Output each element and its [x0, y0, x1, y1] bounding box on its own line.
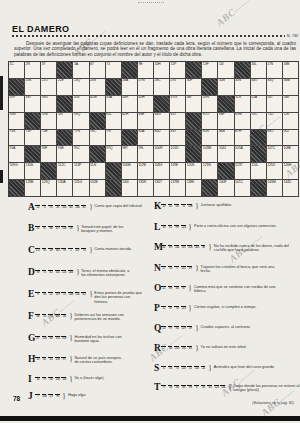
grid-cell: 42M [90, 96, 106, 113]
cell-number-letter: 64G [154, 113, 160, 117]
grid-cell-black [186, 130, 202, 147]
blank-number: 28 [48, 249, 54, 252]
cell-number-letter: 37P [10, 96, 16, 100]
blank-number: 59 [187, 327, 193, 330]
grid-cell: 24S [90, 79, 106, 96]
clue-blanks: 4711864131109 [35, 336, 67, 341]
cell-number-letter: 68F [219, 113, 225, 117]
blank-number: 10 [35, 358, 41, 361]
clue-definition: Juntarse apellidos. [201, 203, 285, 208]
blank-number: 20 [161, 205, 167, 208]
blank-slot: 81 [81, 205, 87, 210]
clue-letter: M [154, 243, 161, 251]
blank-number: 82 [48, 271, 54, 274]
grid-cell-black [122, 130, 138, 147]
blank-number: 61 [168, 226, 174, 229]
cell-number-letter: 129Q [42, 181, 50, 185]
cell-number-letter: 140F [219, 181, 226, 185]
grid-cell: 113P [73, 163, 89, 180]
cell-number-letter: 104J [219, 147, 226, 151]
blank-number: 18 [68, 227, 74, 230]
clue-brace: } [209, 243, 212, 251]
blank-slot: 9 [35, 292, 41, 297]
cell-number-letter: 117B [138, 164, 145, 168]
blank-slot: 70 [81, 248, 87, 253]
blank-number: 118 [42, 337, 48, 340]
clue-blanks: 166199124 [161, 225, 186, 230]
clue-blanks: 20415472138 [161, 204, 193, 209]
blank-number: 89 [168, 287, 174, 290]
clue-brace: } [89, 203, 92, 211]
cell-number-letter: 105A [235, 147, 243, 151]
left-edge-mark [0, 170, 3, 183]
blank-slot: 99 [174, 225, 180, 230]
grid-cell: 63E [138, 113, 154, 130]
clue-brace: } [89, 290, 92, 298]
cell-number-letter: 82D [154, 130, 160, 134]
clue-Q: Q23973512959}Criados capaces, al contrar… [154, 324, 285, 332]
clue-blanks: 27557712149 [161, 266, 193, 271]
blank-number: 43 [68, 206, 74, 209]
blank-number: 38 [168, 386, 174, 389]
cell-number-letter: 138K [187, 181, 195, 185]
cell-number-letter: 101D [171, 147, 179, 151]
cell-number-letter: 1C [10, 63, 14, 67]
blank-number: 64 [48, 337, 54, 340]
grid-cell: 17S [267, 62, 283, 79]
clue-brace: } [195, 264, 198, 272]
grid-cell: 47G [170, 96, 186, 113]
grid-cell-black [235, 62, 251, 79]
clue-A: A52591261054313081}Cierto que copia del … [28, 203, 144, 211]
grid-cell: 85R [202, 130, 218, 147]
grid-cell: 109G [9, 163, 25, 180]
grid-cell: 38T [25, 96, 41, 113]
grid-cell: 144D [283, 180, 299, 197]
blank-slot: 45 [48, 357, 54, 362]
clue-brace: } [89, 246, 92, 254]
grid-cell: 134I [122, 180, 138, 197]
blank-number: 51 [187, 367, 193, 370]
blank-slot: 20 [161, 204, 167, 209]
cell-number-letter: 24S [90, 79, 96, 83]
blank-number: 134 [55, 378, 61, 381]
clue-letter: I [28, 375, 35, 383]
cell-number-letter: 131G [74, 181, 82, 185]
clue-blanks: 21893467 [161, 286, 186, 291]
cell-number-letter: 107C [267, 147, 275, 151]
blank-number: 78 [61, 249, 67, 252]
cell-number-letter: 39D [42, 96, 48, 100]
cell-number-letter: 62H [122, 113, 128, 117]
blank-slot: 24 [201, 366, 207, 371]
blank-slot: 16 [161, 225, 167, 230]
blank-number: 131 [55, 337, 61, 340]
grid-cell: 67O [202, 113, 218, 130]
clue-brace: } [195, 324, 198, 332]
clue-blanks: 1733731205111024 [161, 366, 206, 371]
clue-brace: } [69, 375, 72, 383]
blank-number: 65 [207, 386, 213, 389]
cell-number-letter: 67O [203, 113, 209, 117]
cell-number-letter: 125D [267, 164, 275, 168]
grid-cell: 86B [218, 130, 234, 147]
grid-cell: 105A [235, 146, 251, 163]
clue-N: N27557712149}Trajeron los cristales al b… [154, 264, 285, 274]
cell-number-letter: 98T [122, 147, 128, 151]
blank-slot: 61 [168, 225, 174, 230]
clue-brace: } [63, 392, 66, 400]
cell-number-letter: 144D [283, 181, 291, 185]
blank-slot: 52 [35, 205, 41, 210]
blank-number: 30 [61, 315, 67, 318]
blank-number: 21 [161, 287, 167, 290]
cell-number-letter: 63E [138, 113, 144, 117]
clue-blanks: 32578611712818 [35, 226, 74, 231]
blank-slot: 90 [55, 394, 61, 399]
clue-I: I147948134114}Va a (hacer algo). [28, 375, 125, 383]
blank-slot: 11 [161, 306, 167, 311]
cell-number-letter: 79I [106, 130, 110, 134]
newspaper-page: EL DAMERO N. 790 Después de averiguar la… [0, 0, 300, 423]
blank-slot: 137 [181, 245, 187, 250]
blank-slot: 17 [161, 366, 167, 371]
cell-number-letter: 94E [58, 147, 64, 151]
cell-number-letter: 27N [138, 79, 144, 83]
clue-E: E994221197510813263}Estos puntos de prue… [28, 290, 144, 304]
cell-number-letter: 118G [154, 164, 162, 168]
clue-blanks: 52591261054313081 [35, 205, 87, 210]
blank-number: 39 [35, 271, 41, 274]
cell-number-letter: 141C [235, 181, 243, 185]
blank-number: 49 [187, 267, 193, 270]
cell-number-letter: 120S [187, 164, 195, 168]
grid-cell: 16L [251, 62, 267, 79]
cell-number-letter: 32B [219, 79, 225, 83]
blank-slot: 141 [55, 248, 61, 253]
grid-cell-black [106, 180, 122, 197]
cell-number-letter: 7J [106, 63, 109, 67]
blank-slot: 3 [161, 385, 167, 390]
blank-slot: 69 [168, 245, 174, 250]
grid-cell: 53T [267, 96, 283, 113]
clue-definition: Tomad este papel, de los bosques y monte… [81, 225, 131, 234]
blank-slot: 120 [181, 366, 187, 371]
cell-number-letter: 114I [90, 164, 96, 168]
grid-cell: 61L [106, 113, 122, 130]
cell-number-letter: 69M [235, 113, 241, 117]
cell-number-letter: 137M [171, 181, 179, 185]
blank-slot: 138 [187, 204, 193, 209]
cell-number-letter: 58T [58, 113, 64, 117]
grid-cell: 68F [218, 113, 234, 130]
clue-definition: Camino más que se sostiene con ruedas de… [194, 285, 278, 294]
blank-slot: 125 [61, 270, 67, 275]
cell-number-letter: 121N [203, 164, 211, 168]
blank-slot: 38 [168, 385, 174, 390]
grid-cell: 78C [90, 130, 106, 147]
cell-number-letter: 97Q [106, 147, 112, 151]
cell-number-letter: 9E [138, 63, 142, 67]
cell-number-letter: 10H [154, 63, 160, 67]
cell-number-letter: 136T [154, 181, 161, 185]
blank-number: 137 [181, 246, 187, 249]
blank-slot: 47 [35, 336, 41, 341]
cell-number-letter: 36M [283, 79, 289, 83]
clue-letter: P [154, 304, 161, 312]
bottom-rule [0, 416, 300, 421]
grid-cell: 103M [202, 146, 218, 163]
grid-cell: 132E [90, 180, 106, 197]
clue-blanks: 33858839865365123136 [161, 385, 226, 390]
grid-cell-black [218, 163, 234, 180]
clue-brace: } [69, 334, 72, 342]
clue-letter: J [28, 392, 35, 400]
clue-L: L166199124}Parte a cierta oficina con su… [154, 223, 278, 231]
blank-slot: 89 [168, 286, 174, 291]
clue-definition: Cierta manera torcida. [94, 247, 144, 252]
blank-number: 33 [168, 367, 174, 370]
grid-cell-black [90, 113, 106, 130]
cell-number-letter: 99L [138, 147, 143, 151]
grid-cell: 48I [186, 96, 202, 113]
blank-number: 32 [35, 227, 41, 230]
blank-number: 63 [81, 293, 87, 296]
grid-cell: 23Q [73, 79, 89, 96]
blank-number: 77 [174, 267, 180, 270]
blank-slot: 71 [42, 270, 48, 275]
blank-slot: 87 [61, 357, 67, 362]
blank-slot: 78 [61, 248, 67, 253]
cell-number-letter: 59Q [74, 113, 80, 117]
dotted-rule [12, 35, 285, 37]
blank-slot: 121 [181, 266, 187, 271]
clue-brace: } [76, 268, 79, 276]
grid-cell: 9E [138, 62, 154, 79]
blank-number: 85 [187, 347, 193, 350]
cell-number-letter: 23Q [74, 79, 80, 83]
cell-number-letter: 74P [26, 130, 32, 134]
cell-number-letter: 3T [42, 63, 46, 67]
blank-number: 130 [75, 206, 81, 209]
blank-slot: 143 [194, 245, 200, 250]
grid-cell: 55N [9, 113, 25, 130]
blank-slot: 128 [61, 226, 67, 231]
cell-number-letter: 30F [187, 79, 193, 83]
cell-number-letter: 109G [10, 164, 18, 168]
grid-cell: 83T [170, 130, 186, 147]
clue-O: O21893467}Camino más que se sostiene con… [154, 284, 278, 294]
blank-number: 69 [168, 246, 174, 249]
grid-cell: 130A [57, 180, 73, 197]
grid-cell: 35Q [267, 79, 283, 96]
cell-number-letter: 108E [283, 147, 291, 151]
blank-slot: 32 [35, 226, 41, 231]
left-edge-mark [0, 76, 3, 110]
blank-slot: 67 [181, 286, 187, 291]
blank-number: 109 [61, 337, 67, 340]
cell-number-letter: 86B [219, 130, 225, 134]
cell-number-letter: 81A [138, 130, 144, 134]
cell-number-letter: 72K [283, 113, 289, 117]
clue-blanks: 994221197510813263 [35, 292, 87, 297]
clue-M: M426911613710314336}No ha recibido nunca… [154, 243, 298, 253]
grid-cell-black [90, 146, 106, 163]
grid-cell: 54K [283, 96, 299, 113]
grid-cell: 141C [235, 180, 251, 197]
page-number: 78 [13, 395, 20, 402]
clue-brace: } [195, 344, 198, 352]
cell-number-letter: 5A [74, 63, 78, 67]
clue-definition: Criados capaces, al contrario. [201, 325, 285, 330]
blank-slot: 144 [68, 270, 74, 275]
cell-number-letter: 83T [171, 130, 177, 134]
clue-letter: H [28, 355, 35, 363]
grid-cell-black [202, 79, 218, 96]
clue-definition: Parte a cierta oficina con sus algunos c… [194, 224, 278, 229]
grid-cell: 125D [267, 163, 283, 180]
blank-slot: 107 [75, 248, 81, 253]
cell-number-letter: 65T [171, 113, 177, 117]
blank-number: 79 [42, 378, 48, 381]
grid-cell: 1C [9, 62, 25, 79]
grid-cell: 112C [57, 163, 73, 180]
grid-cell-black [251, 146, 267, 163]
cell-number-letter: 93F [42, 147, 48, 151]
grid-cell: 58T [57, 113, 73, 130]
clue-S: S1733731205111024}Animales que tiran del… [154, 364, 298, 372]
abc-watermark: ABC [214, 0, 253, 28]
grid-cell: 34O [251, 79, 267, 96]
grid-cell: 98T [122, 146, 138, 163]
cell-number-letter: 16L [251, 63, 256, 67]
blank-slot: 86 [48, 226, 54, 231]
blank-slot: 48 [48, 377, 54, 382]
cell-number-letter: 110S [26, 164, 33, 168]
cell-number-letter: 6T [90, 63, 94, 67]
grid-cell-black [154, 96, 170, 113]
grid-cell: 89O [267, 130, 283, 147]
clue-letter: C [28, 246, 35, 254]
blank-slot: 135 [181, 346, 187, 351]
grid-cell: 69M [235, 113, 251, 130]
blank-slot: 98 [187, 385, 193, 390]
grid-cell: 93F [41, 146, 57, 163]
cell-number-letter: 38T [26, 96, 32, 100]
blank-slot: 34 [174, 286, 180, 291]
blank-number: 83 [181, 386, 187, 389]
blank-number: 86 [48, 227, 54, 230]
grid-cell: 119E [170, 163, 186, 180]
clue-J: J71042990}Haga algo. [28, 392, 118, 400]
cell-number-letter: 134I [122, 181, 128, 185]
grid-cell: 21O [41, 79, 57, 96]
grid-cell: 7J [106, 62, 122, 79]
cell-number-letter: 43A [106, 96, 112, 100]
grid-cell: 75E [41, 130, 57, 147]
grid-cell-black [57, 62, 73, 79]
grid-cell: 13F [202, 62, 218, 79]
blank-number: 113 [181, 307, 187, 310]
blank-number: 73 [174, 367, 180, 370]
blank-slot: 55 [168, 266, 174, 271]
blank-slot: 62 [42, 357, 48, 362]
clue-definition: Cierto que copia del tribunal. [94, 204, 144, 209]
grid-cell: 43A [106, 96, 122, 113]
grid-cell: 18B [283, 62, 299, 79]
blank-number: 5 [42, 206, 48, 209]
cell-number-letter: 75E [42, 130, 48, 134]
blank-number: 103 [187, 246, 193, 249]
blank-number: 94 [42, 293, 48, 296]
blank-slot: 101 [55, 270, 61, 275]
clue-definition: Haga algo. [68, 393, 118, 398]
cell-number-letter: 51S [235, 96, 241, 100]
cell-number-letter: 28C [154, 79, 160, 83]
grid-cell: 118G [154, 163, 170, 180]
blank-number: 36 [201, 246, 207, 249]
blank-slot: 130 [75, 205, 81, 210]
cell-number-letter: 130A [58, 181, 66, 185]
blank-slot: 72 [181, 204, 187, 209]
cell-number-letter: 33S [235, 79, 241, 83]
blank-slot: 37 [168, 306, 174, 311]
grid-cell: 94E [57, 146, 73, 163]
blank-slot: 59 [187, 326, 193, 331]
cell-number-letter: 53T [267, 96, 273, 100]
blank-slot: 7 [35, 394, 41, 399]
blank-slot: 22 [48, 292, 54, 297]
clue-letter: G [28, 334, 35, 342]
clue-H: H10624512687}Natural de un país europeo,… [28, 355, 125, 365]
blank-slot: 126 [55, 357, 61, 362]
grid-cell: 143M [267, 180, 283, 197]
section-title: EL DAMERO [12, 24, 69, 34]
blank-slot: 29 [48, 394, 54, 399]
grid-cell: 74P [25, 130, 41, 147]
blank-number: 121 [181, 267, 187, 270]
clue-brace: } [76, 224, 79, 232]
grid-cell: 41K [73, 96, 89, 113]
grid-cell-black [41, 163, 57, 180]
blank-number: 126 [55, 358, 61, 361]
grid-cell-black [106, 79, 122, 96]
blank-number: 37 [168, 307, 174, 310]
blank-slot: 83 [181, 385, 187, 390]
grid-cell: 123T [235, 163, 251, 180]
blank-slot: 79 [42, 377, 48, 382]
cell-number-letter: 47G [171, 96, 177, 100]
cell-number-letter: 100R [154, 147, 162, 151]
blank-number: 98 [187, 386, 193, 389]
blank-number: 47 [35, 337, 41, 340]
blank-number: 74 [174, 307, 180, 310]
blank-number: 52 [35, 206, 41, 209]
grid-cell-black [251, 180, 267, 197]
cell-number-letter: 73S [10, 130, 16, 134]
blank-number: 26 [55, 206, 61, 209]
grid-cell-black [106, 163, 122, 180]
cell-number-letter: 70C [251, 113, 257, 117]
blank-number: 23 [161, 327, 167, 330]
grid-cell: 81A [138, 130, 154, 147]
blank-slot: 119 [55, 292, 61, 297]
blank-number: 129 [181, 327, 187, 330]
grid-cell: 137M [170, 180, 186, 197]
blank-slot: 85 [187, 346, 193, 351]
grid-cell: 64G [154, 113, 170, 130]
blank-slot: 124 [181, 225, 187, 230]
